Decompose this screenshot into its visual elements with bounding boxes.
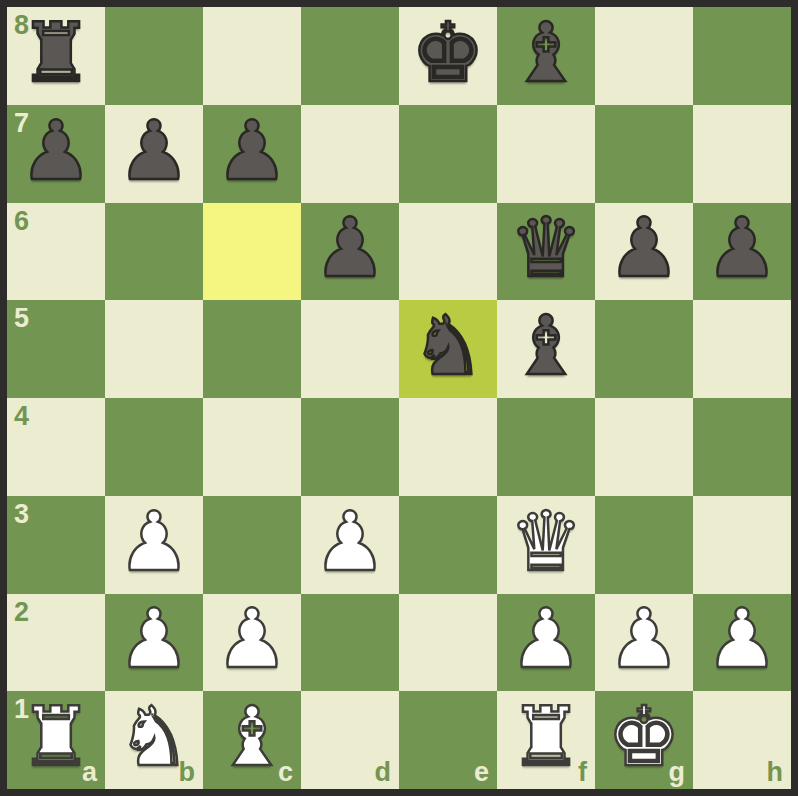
square-h2[interactable]: ♟ [693,594,791,692]
square-b6[interactable] [105,203,203,301]
square-b5[interactable] [105,300,203,398]
square-e4[interactable] [399,398,497,496]
white-pawn[interactable]: ♟ [117,598,191,680]
rank-label-6: 6 [14,208,29,235]
black-queen[interactable]: ♛ [509,207,583,289]
square-b4[interactable] [105,398,203,496]
square-d1[interactable]: d [301,691,399,789]
square-d7[interactable] [301,105,399,203]
white-king[interactable]: ♚ [607,696,681,778]
square-g5[interactable] [595,300,693,398]
file-label-h: h [767,759,784,786]
square-h1[interactable]: h [693,691,791,789]
square-e8[interactable]: ♚ [399,7,497,105]
square-g3[interactable] [595,496,693,594]
white-knight[interactable]: ♞ [117,696,191,778]
square-d2[interactable] [301,594,399,692]
square-e6[interactable] [399,203,497,301]
square-f8[interactable]: ♝ [497,7,595,105]
square-g2[interactable]: ♟ [595,594,693,692]
square-b1[interactable]: b♞ [105,691,203,789]
black-pawn[interactable]: ♟ [313,207,387,289]
white-rook[interactable]: ♜ [509,696,583,778]
square-f3[interactable]: ♛ [497,496,595,594]
white-pawn[interactable]: ♟ [509,598,583,680]
square-c8[interactable] [203,7,301,105]
square-d3[interactable]: ♟ [301,496,399,594]
black-pawn[interactable]: ♟ [215,110,289,192]
square-b2[interactable]: ♟ [105,594,203,692]
square-e3[interactable] [399,496,497,594]
square-g6[interactable]: ♟ [595,203,693,301]
white-queen[interactable]: ♛ [509,501,583,583]
white-pawn[interactable]: ♟ [117,501,191,583]
square-h3[interactable] [693,496,791,594]
square-a8[interactable]: 8♜ [7,7,105,105]
square-g1[interactable]: g♚ [595,691,693,789]
square-c5[interactable] [203,300,301,398]
square-a1[interactable]: 1a♜ [7,691,105,789]
square-f7[interactable] [497,105,595,203]
chess-board: 8♜♚♝7♟♟♟6♟♛♟♟5♞♝43♟♟♛2♟♟♟♟♟1a♜b♞c♝def♜g♚… [0,0,798,796]
square-e2[interactable] [399,594,497,692]
square-d4[interactable] [301,398,399,496]
square-a6[interactable]: 6 [7,203,105,301]
file-label-d: d [375,759,392,786]
rank-label-3: 3 [14,501,29,528]
square-a3[interactable]: 3 [7,496,105,594]
square-g8[interactable] [595,7,693,105]
square-f2[interactable]: ♟ [497,594,595,692]
square-g4[interactable] [595,398,693,496]
square-b3[interactable]: ♟ [105,496,203,594]
square-a4[interactable]: 4 [7,398,105,496]
black-bishop[interactable]: ♝ [509,305,583,387]
black-pawn[interactable]: ♟ [607,207,681,289]
square-a2[interactable]: 2 [7,594,105,692]
square-c1[interactable]: c♝ [203,691,301,789]
square-a5[interactable]: 5 [7,300,105,398]
white-pawn[interactable]: ♟ [705,598,779,680]
square-f6[interactable]: ♛ [497,203,595,301]
square-f4[interactable] [497,398,595,496]
square-c4[interactable] [203,398,301,496]
square-f5[interactable]: ♝ [497,300,595,398]
square-a7[interactable]: 7♟ [7,105,105,203]
square-h7[interactable] [693,105,791,203]
black-king[interactable]: ♚ [411,12,485,94]
square-b8[interactable] [105,7,203,105]
white-bishop[interactable]: ♝ [215,696,289,778]
square-b7[interactable]: ♟ [105,105,203,203]
square-h4[interactable] [693,398,791,496]
white-rook[interactable]: ♜ [19,696,93,778]
square-d5[interactable] [301,300,399,398]
square-f1[interactable]: f♜ [497,691,595,789]
white-pawn[interactable]: ♟ [607,598,681,680]
white-pawn[interactable]: ♟ [313,501,387,583]
square-e5[interactable]: ♞ [399,300,497,398]
square-d6[interactable]: ♟ [301,203,399,301]
rank-label-5: 5 [14,305,29,332]
black-knight[interactable]: ♞ [411,305,485,387]
square-h8[interactable] [693,7,791,105]
black-pawn[interactable]: ♟ [705,207,779,289]
square-h5[interactable] [693,300,791,398]
square-c3[interactable] [203,496,301,594]
square-e7[interactable] [399,105,497,203]
black-rook[interactable]: ♜ [19,12,93,94]
rank-label-4: 4 [14,403,29,430]
square-h6[interactable]: ♟ [693,203,791,301]
square-e1[interactable]: e [399,691,497,789]
square-g7[interactable] [595,105,693,203]
black-pawn[interactable]: ♟ [19,110,93,192]
white-pawn[interactable]: ♟ [215,598,289,680]
rank-label-2: 2 [14,599,29,626]
square-c2[interactable]: ♟ [203,594,301,692]
black-bishop[interactable]: ♝ [509,12,583,94]
file-label-e: e [474,759,489,786]
black-pawn[interactable]: ♟ [117,110,191,192]
square-c6[interactable] [203,203,301,301]
square-c7[interactable]: ♟ [203,105,301,203]
square-d8[interactable] [301,7,399,105]
